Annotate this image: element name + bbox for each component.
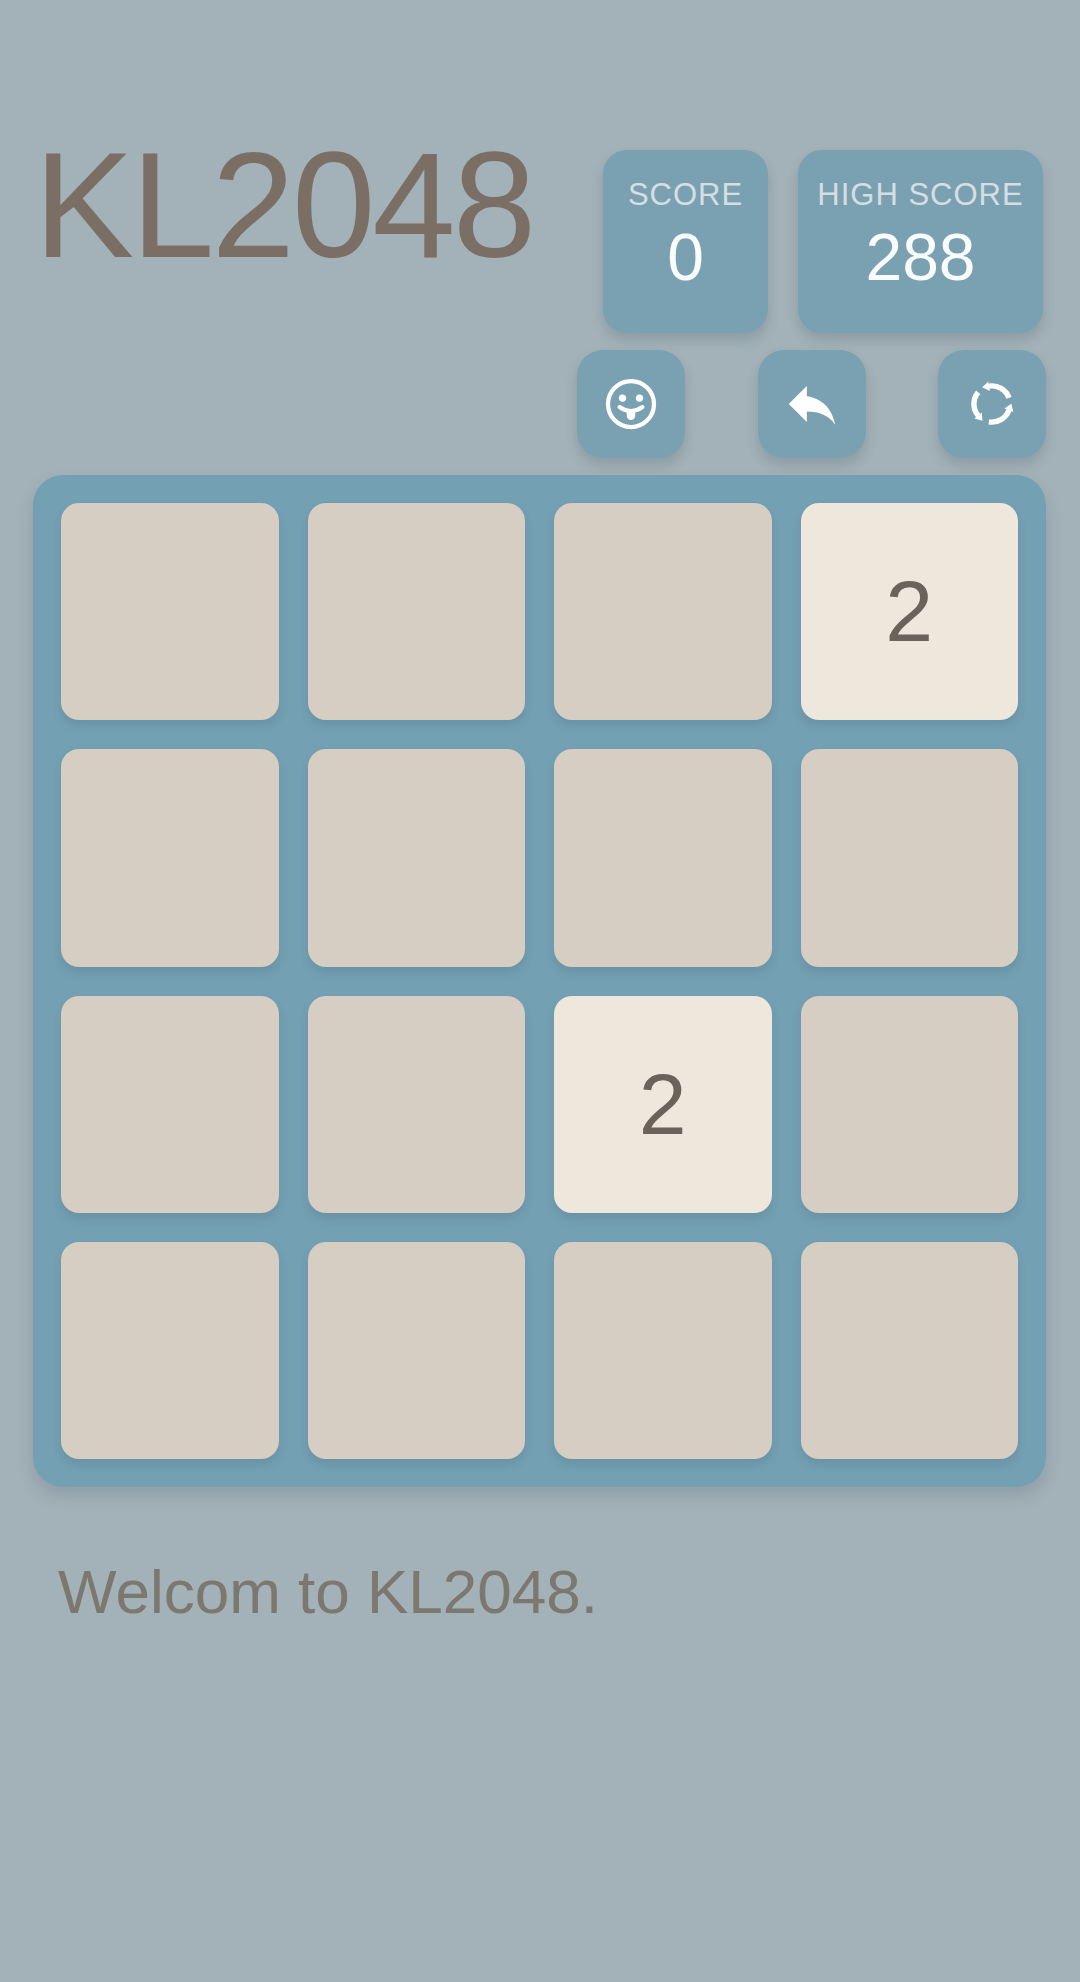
restart-cycle-icon bbox=[961, 373, 1023, 435]
emoji-button[interactable] bbox=[577, 350, 685, 458]
high-score-value: 288 bbox=[865, 220, 975, 294]
cell-r2c1 bbox=[61, 749, 279, 966]
cell-r4c1 bbox=[61, 1242, 279, 1459]
cell-r4c4 bbox=[801, 1242, 1019, 1459]
cell-r3c2 bbox=[308, 996, 526, 1213]
cell-r1c1 bbox=[61, 503, 279, 720]
cell-r1c3 bbox=[554, 503, 772, 720]
score-value: 0 bbox=[667, 220, 704, 294]
cell-r2c2 bbox=[308, 749, 526, 966]
high-score-box: HIGH SCORE 288 bbox=[798, 150, 1043, 333]
tile-2-r3c3: 2 bbox=[554, 996, 772, 1213]
cell-r3c1 bbox=[61, 996, 279, 1213]
high-score-label: HIGH SCORE bbox=[817, 178, 1023, 212]
face-with-tongue-icon bbox=[601, 374, 661, 434]
cell-r2c4 bbox=[801, 749, 1019, 966]
cell-r2c3 bbox=[554, 749, 772, 966]
restart-button[interactable] bbox=[938, 350, 1046, 458]
game-board[interactable]: 22 bbox=[33, 475, 1046, 1487]
welcome-message: Welcom to KL2048. bbox=[58, 1558, 598, 1626]
undo-button[interactable] bbox=[758, 350, 866, 458]
score-box: SCORE 0 bbox=[603, 150, 768, 333]
cell-r4c2 bbox=[308, 1242, 526, 1459]
cell-r1c2 bbox=[308, 503, 526, 720]
tile-2-r1c4: 2 bbox=[801, 503, 1019, 720]
cell-r3c4 bbox=[801, 996, 1019, 1213]
undo-arrow-icon bbox=[781, 373, 843, 435]
score-label: SCORE bbox=[628, 178, 743, 212]
cell-r4c3 bbox=[554, 1242, 772, 1459]
app-screen: KL2048 SCORE 0 HIGH SCORE 288 bbox=[0, 0, 1080, 1982]
app-title: KL2048 bbox=[34, 130, 533, 280]
